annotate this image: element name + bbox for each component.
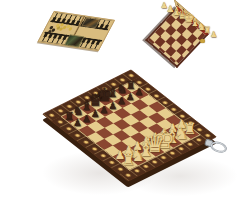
backgammon-open-view: [37, 11, 115, 51]
clasp-icon: [204, 137, 230, 155]
hinge-icon: [200, 39, 205, 43]
product-photo: ♟♟♝♛♚♝♞♜♟ ♜♞♝♛♚♝♞♜♟♟♟♟♟♟♟♟♟♟♟♟♟♟♟♟♜♞♝♛♚♝…: [0, 0, 250, 200]
checker-pile-dark: [49, 26, 54, 30]
folded-view-piece: ♟: [210, 31, 217, 39]
checker-pile-gold: [55, 24, 60, 28]
